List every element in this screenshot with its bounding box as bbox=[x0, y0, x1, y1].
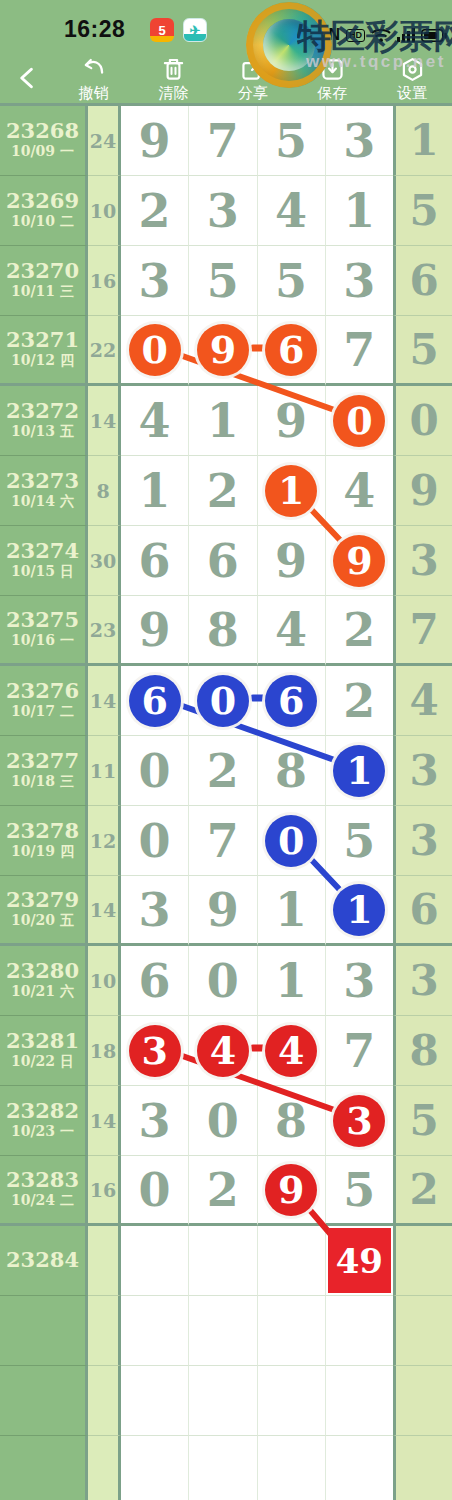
digit-cell[interactable]: 9 bbox=[189, 316, 257, 386]
issue-number: 23277 bbox=[6, 750, 79, 772]
tail-digit-cell[interactable]: 8 bbox=[393, 1016, 452, 1086]
sum-cell: 14 bbox=[88, 666, 121, 736]
digit-cell[interactable] bbox=[121, 1226, 189, 1296]
issue-number: 23272 bbox=[6, 400, 79, 422]
digit-cell[interactable]: 3 bbox=[326, 946, 393, 1016]
issue-date-cell: 2328210/23 一 bbox=[0, 1086, 88, 1156]
issue-date-cell: 2328310/24 二 bbox=[0, 1156, 88, 1226]
sum-cell: 10 bbox=[88, 176, 121, 246]
digit-cell[interactable] bbox=[189, 1296, 257, 1366]
digit-cell[interactable]: 1 bbox=[121, 456, 189, 526]
digit-cell[interactable] bbox=[189, 1366, 257, 1436]
marked-digit[interactable]: 9 bbox=[265, 1164, 317, 1216]
sum-cell: 10 bbox=[88, 946, 121, 1016]
tail-digit-cell[interactable] bbox=[393, 1366, 452, 1436]
digit-cell[interactable]: 7 bbox=[326, 316, 393, 386]
sum-cell: 14 bbox=[88, 876, 121, 946]
tail-digit-cell[interactable]: 5 bbox=[393, 316, 452, 386]
issue-number: 23273 bbox=[6, 470, 79, 492]
clear-label: 清除 bbox=[158, 85, 188, 101]
notification-app-icons: 5 ✈ bbox=[150, 18, 207, 42]
chart-row: 2328010/21 六1060133 bbox=[0, 946, 452, 1016]
digit-cell[interactable]: 7 bbox=[189, 106, 257, 176]
marked-digit[interactable]: 1 bbox=[333, 884, 385, 936]
digit-cell[interactable]: 4 bbox=[326, 456, 393, 526]
draw-date: 10/24 二 bbox=[11, 1192, 74, 1210]
issue-number: 23278 bbox=[6, 820, 79, 842]
sum-cell: 16 bbox=[88, 246, 121, 316]
draw-date: 10/11 三 bbox=[11, 283, 74, 301]
issue-date-cell bbox=[0, 1436, 88, 1500]
app-icon-teal: ✈ bbox=[183, 18, 207, 42]
digit-cell[interactable]: 8 bbox=[258, 1086, 326, 1156]
sum-cell bbox=[88, 1366, 121, 1436]
chart-row bbox=[0, 1366, 452, 1436]
digit-cell[interactable] bbox=[189, 1226, 257, 1296]
digit-cell[interactable] bbox=[189, 1436, 257, 1500]
digit-cell[interactable]: 3 bbox=[326, 106, 393, 176]
draw-date: 10/16 一 bbox=[11, 632, 74, 650]
issue-number: 23281 bbox=[6, 1030, 79, 1052]
marked-digit[interactable]: 0 bbox=[197, 675, 249, 727]
issue-number: 23275 bbox=[6, 609, 79, 631]
digit-cell[interactable]: 3 bbox=[121, 246, 189, 316]
digit-cell[interactable]: 5 bbox=[258, 246, 326, 316]
digit-cell[interactable]: 3 bbox=[326, 246, 393, 316]
issue-date-cell: 2327010/11 三 bbox=[0, 246, 88, 316]
digit-cell[interactable]: 8 bbox=[189, 596, 257, 666]
digit-cell[interactable]: 6 bbox=[258, 316, 326, 386]
chart-row: 2327410/15 日3066993 bbox=[0, 526, 452, 596]
draw-date: 10/10 二 bbox=[11, 213, 74, 231]
draw-date: 10/09 一 bbox=[11, 143, 74, 161]
issue-date-cell: 23284 bbox=[0, 1226, 88, 1296]
digit-cell[interactable]: 2 bbox=[121, 176, 189, 246]
issue-date-cell: 2327910/20 五 bbox=[0, 876, 88, 946]
marked-digit[interactable]: 4 bbox=[265, 1025, 317, 1077]
digit-cell[interactable]: 8 bbox=[258, 736, 326, 806]
digit-cell[interactable]: 2 bbox=[189, 736, 257, 806]
issue-number: 23279 bbox=[6, 889, 79, 911]
chart-row: 2326810/09 一2497531 bbox=[0, 106, 452, 176]
digit-cell[interactable]: 1 bbox=[258, 876, 326, 946]
tail-digit-cell[interactable]: 6 bbox=[393, 246, 452, 316]
sum-cell: 14 bbox=[88, 1086, 121, 1156]
tail-digit-cell[interactable]: 9 bbox=[393, 456, 452, 526]
digit-cell[interactable]: 1 bbox=[189, 386, 257, 456]
settings-label: 设置 bbox=[397, 85, 427, 101]
digit-cell[interactable]: 49 bbox=[326, 1226, 393, 1296]
tail-digit-cell[interactable]: 3 bbox=[393, 526, 452, 596]
digit-cell[interactable]: 0 bbox=[189, 1086, 257, 1156]
tail-digit-cell[interactable]: 1 bbox=[393, 106, 452, 176]
digit-cell[interactable]: 9 bbox=[121, 596, 189, 666]
marked-digit[interactable]: 3 bbox=[129, 1025, 181, 1077]
draw-date: 10/18 三 bbox=[11, 773, 74, 791]
digit-cell[interactable]: 0 bbox=[189, 666, 257, 736]
issue-date-cell: 2327310/14 六 bbox=[0, 456, 88, 526]
chart-row: 2327210/13 五1441900 bbox=[0, 386, 452, 456]
draw-date: 10/21 六 bbox=[11, 983, 74, 1001]
draw-date: 10/19 四 bbox=[11, 843, 74, 861]
issue-date-cell: 2328010/21 六 bbox=[0, 946, 88, 1016]
draw-date: 10/14 六 bbox=[11, 493, 74, 511]
digit-cell[interactable]: 4 bbox=[189, 1016, 257, 1086]
digit-cell[interactable]: 4 bbox=[121, 386, 189, 456]
digit-cell[interactable]: 3 bbox=[189, 176, 257, 246]
chart-row: 2327110/12 四2209675 bbox=[0, 316, 452, 386]
sum-cell: 16 bbox=[88, 1156, 121, 1226]
chart-row: 2326910/10 二1023415 bbox=[0, 176, 452, 246]
issue-date-cell: 2327810/19 四 bbox=[0, 806, 88, 876]
digit-cell[interactable]: 4 bbox=[258, 1016, 326, 1086]
watermark-site-url: www.tqcp.net bbox=[306, 52, 446, 72]
digit-cell[interactable]: 1 bbox=[258, 456, 326, 526]
clear-button[interactable]: 清除 bbox=[134, 55, 214, 101]
issue-date-cell: 2327410/15 日 bbox=[0, 526, 88, 596]
issue-number: 23274 bbox=[6, 540, 79, 562]
chart-row bbox=[0, 1436, 452, 1500]
digit-cell[interactable]: 9 bbox=[189, 876, 257, 946]
digit-cell[interactable]: 0 bbox=[326, 386, 393, 456]
digit-cell[interactable]: 3 bbox=[121, 1016, 189, 1086]
tail-digit-cell[interactable]: 0 bbox=[393, 386, 452, 456]
chart-row: 2328110/22 日1834478 bbox=[0, 1016, 452, 1086]
sum-cell: 30 bbox=[88, 526, 121, 596]
digit-cell[interactable]: 4 bbox=[258, 596, 326, 666]
digit-cell[interactable]: 1 bbox=[326, 176, 393, 246]
chart-row: 2327710/18 三1102813 bbox=[0, 736, 452, 806]
sum-cell bbox=[88, 1296, 121, 1366]
marked-digit[interactable]: 0 bbox=[129, 324, 181, 376]
issue-number: 23283 bbox=[6, 1169, 79, 1191]
digit-cell[interactable]: 9 bbox=[258, 1156, 326, 1226]
draw-date: 10/13 五 bbox=[11, 423, 74, 441]
digit-cell[interactable]: 9 bbox=[258, 526, 326, 596]
digit-cell[interactable] bbox=[258, 1226, 326, 1296]
issue-date-cell: 2327210/13 五 bbox=[0, 386, 88, 456]
issue-number: 23271 bbox=[6, 329, 79, 351]
digit-cell[interactable] bbox=[326, 1296, 393, 1366]
digit-cell[interactable] bbox=[258, 1366, 326, 1436]
trend-chart-grid: 2326810/09 一24975312326910/10 二102341523… bbox=[0, 103, 452, 1500]
issue-date-cell: 2327710/18 三 bbox=[0, 736, 88, 806]
issue-date-cell bbox=[0, 1366, 88, 1436]
digit-cell[interactable] bbox=[121, 1296, 189, 1366]
digit-cell[interactable] bbox=[121, 1436, 189, 1500]
prediction-box[interactable]: 49 bbox=[328, 1228, 391, 1293]
tail-digit-cell[interactable]: 2 bbox=[393, 1156, 452, 1226]
digit-cell[interactable] bbox=[326, 1436, 393, 1500]
trash-icon bbox=[159, 55, 188, 84]
digit-cell[interactable]: 9 bbox=[121, 106, 189, 176]
tail-digit-cell[interactable] bbox=[393, 1436, 452, 1500]
sum-cell: 14 bbox=[88, 386, 121, 456]
digit-cell[interactable]: 6 bbox=[121, 666, 189, 736]
marked-digit[interactable]: 6 bbox=[265, 324, 317, 376]
issue-number: 23280 bbox=[6, 960, 79, 982]
digit-cell[interactable]: 2 bbox=[189, 456, 257, 526]
chart-row: 2328210/23 一1430835 bbox=[0, 1086, 452, 1156]
issue-date-cell: 2326810/09 一 bbox=[0, 106, 88, 176]
undo-icon bbox=[79, 55, 108, 84]
digit-cell[interactable] bbox=[121, 1366, 189, 1436]
digit-cell[interactable]: 9 bbox=[326, 526, 393, 596]
marked-digit[interactable]: 6 bbox=[265, 675, 317, 727]
sum-cell: 12 bbox=[88, 806, 121, 876]
tail-digit-cell[interactable]: 5 bbox=[393, 176, 452, 246]
digit-cell[interactable]: 0 bbox=[121, 316, 189, 386]
chart-row: 2328449 bbox=[0, 1226, 452, 1296]
digit-cell[interactable]: 6 bbox=[258, 666, 326, 736]
chart-row: 2327510/16 一2398427 bbox=[0, 596, 452, 666]
sum-cell: 22 bbox=[88, 316, 121, 386]
chart-row: 2327810/19 四1207053 bbox=[0, 806, 452, 876]
tail-digit-cell[interactable] bbox=[393, 1296, 452, 1366]
tail-digit-cell[interactable]: 4 bbox=[393, 666, 452, 736]
draw-date: 10/17 二 bbox=[11, 703, 74, 721]
marked-digit[interactable]: 1 bbox=[265, 465, 317, 517]
marked-digit[interactable]: 3 bbox=[333, 1095, 385, 1147]
draw-date: 10/20 五 bbox=[11, 912, 74, 930]
issue-number: 23269 bbox=[6, 190, 79, 212]
digit-cell[interactable]: 2 bbox=[189, 1156, 257, 1226]
digit-cell[interactable]: 1 bbox=[326, 876, 393, 946]
sum-cell: 23 bbox=[88, 596, 121, 666]
tail-digit-cell[interactable]: 3 bbox=[393, 806, 452, 876]
app-icon-red: 5 bbox=[150, 18, 174, 42]
digit-cell[interactable]: 2 bbox=[326, 666, 393, 736]
save-label: 保存 bbox=[318, 85, 348, 101]
issue-date-cell: 2327510/16 一 bbox=[0, 596, 88, 666]
undo-button[interactable]: 撤销 bbox=[54, 55, 134, 101]
digit-cell[interactable]: 2 bbox=[326, 596, 393, 666]
draw-date: 10/15 日 bbox=[11, 563, 74, 581]
chart-row: 2327010/11 三1635536 bbox=[0, 246, 452, 316]
issue-number: 23282 bbox=[6, 1100, 79, 1122]
status-time: 16:28 bbox=[64, 16, 125, 43]
share-label: 分享 bbox=[238, 85, 268, 101]
undo-label: 撤销 bbox=[79, 85, 109, 101]
sum-cell: 18 bbox=[88, 1016, 121, 1086]
digit-cell[interactable]: 7 bbox=[189, 806, 257, 876]
digit-cell[interactable]: 1 bbox=[258, 946, 326, 1016]
marked-digit[interactable]: 0 bbox=[265, 815, 317, 867]
draw-date: 10/22 日 bbox=[11, 1053, 74, 1071]
issue-date-cell bbox=[0, 1296, 88, 1366]
tail-digit-cell[interactable]: 5 bbox=[393, 1086, 452, 1156]
digit-cell[interactable]: 1 bbox=[326, 736, 393, 806]
chart-row bbox=[0, 1296, 452, 1366]
digit-cell[interactable]: 0 bbox=[121, 806, 189, 876]
tail-digit-cell[interactable]: 3 bbox=[393, 946, 452, 1016]
digit-cell[interactable]: 6 bbox=[121, 526, 189, 596]
chart-row: 2327910/20 五1439116 bbox=[0, 876, 452, 946]
sum-cell: 8 bbox=[88, 456, 121, 526]
digit-cell[interactable]: 0 bbox=[121, 736, 189, 806]
digit-cell[interactable] bbox=[258, 1296, 326, 1366]
digit-cell[interactable]: 4 bbox=[258, 176, 326, 246]
digit-cell[interactable]: 5 bbox=[326, 806, 393, 876]
sum-cell: 11 bbox=[88, 736, 121, 806]
issue-number: 23284 bbox=[6, 1249, 79, 1271]
back-button[interactable] bbox=[0, 63, 54, 93]
chart-row: 2327610/17 二1460624 bbox=[0, 666, 452, 736]
tail-digit-cell[interactable]: 6 bbox=[393, 876, 452, 946]
tail-digit-cell[interactable]: 7 bbox=[393, 596, 452, 666]
marked-digit[interactable]: 6 bbox=[129, 675, 181, 727]
issue-number: 23268 bbox=[6, 120, 79, 142]
digit-cell[interactable]: 3 bbox=[121, 1086, 189, 1156]
issue-number: 23276 bbox=[6, 680, 79, 702]
tail-digit-cell[interactable]: 3 bbox=[393, 736, 452, 806]
digit-cell[interactable]: 0 bbox=[258, 806, 326, 876]
digit-cell[interactable]: 9 bbox=[258, 386, 326, 456]
issue-date-cell: 2327610/17 二 bbox=[0, 666, 88, 736]
digit-cell[interactable] bbox=[326, 1366, 393, 1436]
chart-row: 2327310/14 六812149 bbox=[0, 456, 452, 526]
marked-digit[interactable]: 9 bbox=[333, 535, 385, 587]
lottery-chart-app: { "game": "lottery-digit-trend-chart", "… bbox=[0, 0, 452, 1500]
digit-cell[interactable]: 7 bbox=[326, 1016, 393, 1086]
issue-date-cell: 2327110/12 四 bbox=[0, 316, 88, 386]
back-chevron-icon bbox=[13, 63, 41, 93]
digit-cell[interactable]: 5 bbox=[189, 246, 257, 316]
digit-cell[interactable] bbox=[258, 1436, 326, 1500]
draw-date: 10/23 一 bbox=[11, 1123, 74, 1141]
issue-number: 23270 bbox=[6, 260, 79, 282]
marked-digit[interactable]: 1 bbox=[333, 745, 385, 797]
digit-cell[interactable]: 5 bbox=[258, 106, 326, 176]
issue-date-cell: 2328110/22 日 bbox=[0, 1016, 88, 1086]
digit-cell[interactable]: 0 bbox=[121, 1156, 189, 1226]
marked-digit[interactable]: 9 bbox=[197, 324, 249, 376]
digit-cell[interactable]: 0 bbox=[189, 946, 257, 1016]
marked-digit[interactable]: 0 bbox=[333, 395, 385, 447]
tail-digit-cell[interactable] bbox=[393, 1226, 452, 1296]
digit-cell[interactable]: 5 bbox=[326, 1156, 393, 1226]
sum-cell bbox=[88, 1226, 121, 1296]
chart-row: 2328310/24 二1602952 bbox=[0, 1156, 452, 1226]
draw-date: 10/12 四 bbox=[11, 352, 74, 370]
digit-cell[interactable]: 3 bbox=[326, 1086, 393, 1156]
sum-cell bbox=[88, 1436, 121, 1500]
header: 16:28 5 ✈ N HD bbox=[0, 0, 452, 103]
digit-cell[interactable]: 3 bbox=[121, 876, 189, 946]
digit-cell[interactable]: 6 bbox=[121, 946, 189, 1016]
sum-cell: 24 bbox=[88, 106, 121, 176]
issue-date-cell: 2326910/10 二 bbox=[0, 176, 88, 246]
marked-digit[interactable]: 4 bbox=[197, 1025, 249, 1077]
digit-cell[interactable]: 6 bbox=[189, 526, 257, 596]
